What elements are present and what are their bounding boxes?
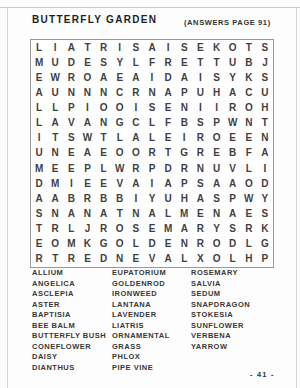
grid-cell: L bbox=[176, 252, 192, 267]
grid-cell: W bbox=[241, 191, 257, 206]
grid-cell: K bbox=[79, 237, 95, 252]
grid-cell: T bbox=[160, 146, 176, 161]
grid-cell: L bbox=[128, 237, 144, 252]
grid-cell: D bbox=[225, 237, 241, 252]
grid-cell: R bbox=[63, 252, 79, 267]
grid-cell: C bbox=[128, 116, 144, 131]
grid-cell: E bbox=[112, 70, 128, 85]
grid-cell: T bbox=[79, 40, 95, 55]
grid-cell: N bbox=[192, 161, 208, 176]
grid-cell: B bbox=[176, 116, 192, 131]
grid-cell: A bbox=[176, 222, 192, 237]
word-list-item: ROSEMARY bbox=[191, 268, 250, 279]
grid-cell: L bbox=[225, 252, 241, 267]
grid-cell: R bbox=[192, 131, 208, 146]
grid-cell: Y bbox=[208, 222, 224, 237]
grid-cell: U bbox=[208, 161, 224, 176]
grid-cell: L bbox=[144, 116, 160, 131]
grid-cell: R bbox=[192, 237, 208, 252]
grid-cell: E bbox=[160, 237, 176, 252]
grid-cell: A bbox=[160, 176, 176, 191]
grid-cell: R bbox=[128, 161, 144, 176]
grid-cell: B bbox=[241, 55, 257, 70]
grid-cell: B bbox=[112, 191, 128, 206]
grid-cell: E bbox=[79, 252, 95, 267]
word-list-item: ALLIUM bbox=[32, 268, 106, 279]
grid-cell: N bbox=[176, 237, 192, 252]
grid-cell: P bbox=[176, 85, 192, 100]
grid-cell: I bbox=[63, 176, 79, 191]
grid-cell: P bbox=[79, 161, 95, 176]
grid-cell: O bbox=[112, 237, 128, 252]
word-list-item: SEDUM bbox=[191, 289, 250, 300]
word-list-item: SNAPDRAGON bbox=[191, 300, 250, 311]
grid-cell: A bbox=[79, 116, 95, 131]
grid-cell: U bbox=[160, 191, 176, 206]
grid-cell: M bbox=[160, 222, 176, 237]
grid-cell: R bbox=[96, 40, 112, 55]
grid-cell: A bbox=[128, 176, 144, 191]
grid-cell: D bbox=[96, 252, 112, 267]
grid-cell: M bbox=[31, 161, 47, 176]
grid-cell: X bbox=[192, 252, 208, 267]
grid-cell: W bbox=[225, 116, 241, 131]
grid-cell: O bbox=[208, 252, 224, 267]
grid-cell: S bbox=[96, 55, 112, 70]
grid-cell: R bbox=[63, 70, 79, 85]
word-list-item: BUTTERFLY BUSH bbox=[32, 331, 106, 342]
grid-cell: I bbox=[257, 161, 273, 176]
grid-cell: B bbox=[225, 146, 241, 161]
grid-cell: S bbox=[257, 206, 273, 221]
grid-cell: D bbox=[160, 70, 176, 85]
grid-cell: N bbox=[128, 206, 144, 221]
grid-cell: O bbox=[225, 40, 241, 55]
answers-page-note: (ANSWERS PAGE 91) bbox=[184, 18, 271, 27]
grid-cell: A bbox=[160, 252, 176, 267]
grid-cell: C bbox=[112, 85, 128, 100]
grid-cell: I bbox=[144, 70, 160, 85]
grid-cell: R bbox=[144, 146, 160, 161]
grid-cell: S bbox=[225, 222, 241, 237]
grid-cell: F bbox=[144, 55, 160, 70]
word-list-item: LAVENDER bbox=[112, 310, 170, 321]
grid-cell: Y bbox=[144, 191, 160, 206]
grid-cell: Y bbox=[257, 191, 273, 206]
word-list-item: BEE BALM bbox=[32, 321, 106, 332]
grid-cell: O bbox=[112, 146, 128, 161]
page-number: - 41 - bbox=[250, 370, 275, 379]
grid-cell: S bbox=[257, 70, 273, 85]
grid-cell: O bbox=[96, 101, 112, 116]
grid-cell: H bbox=[176, 191, 192, 206]
grid-cell: G bbox=[176, 146, 192, 161]
grid-cell: N bbox=[241, 116, 257, 131]
grid-cell: E bbox=[144, 222, 160, 237]
grid-cell: I bbox=[128, 191, 144, 206]
grid-cell: D bbox=[144, 237, 160, 252]
grid-cell: R bbox=[128, 85, 144, 100]
word-list-item: PIPE VINE bbox=[112, 363, 170, 374]
grid-cell: I bbox=[47, 40, 63, 55]
grid-cell: N bbox=[47, 206, 63, 221]
grid-cell: S bbox=[144, 101, 160, 116]
grid-cell: J bbox=[257, 55, 273, 70]
word-list-item: EUPATORIUM bbox=[112, 268, 170, 279]
grid-cell: T bbox=[47, 252, 63, 267]
grid-cell: N bbox=[112, 252, 128, 267]
grid-cell: A bbox=[31, 85, 47, 100]
grid-cell: A bbox=[63, 206, 79, 221]
grid-cell: N bbox=[144, 85, 160, 100]
grid-cell: N bbox=[96, 116, 112, 131]
grid-cell: W bbox=[47, 70, 63, 85]
grid-cell: E bbox=[31, 70, 47, 85]
grid-cell: E bbox=[79, 176, 95, 191]
grid-cell: A bbox=[160, 85, 176, 100]
grid-cell: O bbox=[128, 146, 144, 161]
grid-cell: L bbox=[96, 161, 112, 176]
grid-cell: E bbox=[31, 237, 47, 252]
grid-cell: E bbox=[128, 252, 144, 267]
grid-cell: Y bbox=[225, 70, 241, 85]
word-list-item: GOLDENROD bbox=[112, 279, 170, 290]
word-list-item: PHLOX bbox=[112, 352, 170, 363]
grid-cell: R bbox=[31, 252, 47, 267]
grid-cell: A bbox=[128, 131, 144, 146]
word-list-item: ANGELICA bbox=[32, 279, 106, 290]
grid-cell: S bbox=[63, 131, 79, 146]
grid-cell: E bbox=[225, 131, 241, 146]
grid-cell: H bbox=[257, 101, 273, 116]
grid-cell: D bbox=[160, 161, 176, 176]
grid-cell: P bbox=[225, 191, 241, 206]
word-list-item: DAISY bbox=[32, 352, 106, 363]
word-list-item: DIANTHUS bbox=[32, 363, 106, 374]
grid-cell: A bbox=[257, 146, 273, 161]
grid-cell: L bbox=[63, 222, 79, 237]
grid-cell: R bbox=[79, 191, 95, 206]
word-list-item: GRASS bbox=[112, 342, 170, 353]
grid-cell: E bbox=[63, 161, 79, 176]
grid-cell: O bbox=[241, 101, 257, 116]
grid-cell: E bbox=[176, 55, 192, 70]
word-search-grid: LIATRISAISEKOTSMUDESYLFRETTUBJEWROAEAIDA… bbox=[30, 39, 274, 268]
grid-cell: V bbox=[225, 161, 241, 176]
grid-cell: A bbox=[208, 176, 224, 191]
grid-cell: S bbox=[128, 222, 144, 237]
grid-cell: L bbox=[241, 161, 257, 176]
word-list-item: LANTANA bbox=[112, 300, 170, 311]
grid-cell: I bbox=[112, 40, 128, 55]
grid-cell: E bbox=[192, 206, 208, 221]
grid-cell: K bbox=[257, 222, 273, 237]
grid-cell: O bbox=[79, 70, 95, 85]
grid-cell: T bbox=[208, 55, 224, 70]
grid-cell: L bbox=[160, 206, 176, 221]
word-list-item: YARROW bbox=[191, 342, 250, 353]
word-list-item: SUNFLOWER bbox=[191, 321, 250, 332]
grid-cell: E bbox=[160, 101, 176, 116]
grid-cell: N bbox=[79, 85, 95, 100]
grid-cell: W bbox=[112, 161, 128, 176]
grid-cell: E bbox=[192, 40, 208, 55]
grid-cell: T bbox=[241, 40, 257, 55]
grid-cell: M bbox=[47, 176, 63, 191]
grid-cell: F bbox=[241, 146, 257, 161]
grid-cell: S bbox=[208, 70, 224, 85]
grid-cell: A bbox=[47, 191, 63, 206]
grid-cell: L bbox=[31, 40, 47, 55]
grid-cell: B bbox=[63, 191, 79, 206]
grid-cell: L bbox=[144, 131, 160, 146]
grid-cell: I bbox=[192, 101, 208, 116]
grid-cell: N bbox=[208, 206, 224, 221]
grid-cell: R bbox=[241, 222, 257, 237]
word-list-item: VERBENA bbox=[191, 331, 250, 342]
grid-cell: S bbox=[31, 206, 47, 221]
grid-cell: D bbox=[31, 176, 47, 191]
grid-cell: A bbox=[144, 206, 160, 221]
grid-cell: P bbox=[144, 161, 160, 176]
word-list-column-3: ROSEMARYSALVIASEDUMSNAPDRAGONSTOKESIASUN… bbox=[191, 268, 250, 352]
grid-cell: K bbox=[241, 70, 257, 85]
grid-cell: S bbox=[208, 191, 224, 206]
grid-cell: L bbox=[241, 237, 257, 252]
grid-cell: U bbox=[192, 85, 208, 100]
grid-cell: A bbox=[192, 191, 208, 206]
grid-cell: R bbox=[96, 222, 112, 237]
grid-cell: N bbox=[257, 131, 273, 146]
grid-cell: L bbox=[31, 116, 47, 131]
grid-cell: Y bbox=[112, 55, 128, 70]
grid-cell: S bbox=[192, 116, 208, 131]
word-list-item: SALVIA bbox=[191, 279, 250, 290]
grid-cell: E bbox=[241, 206, 257, 221]
grid-cell: E bbox=[79, 55, 95, 70]
grid-cell: S bbox=[192, 176, 208, 191]
grid-cell: A bbox=[225, 206, 241, 221]
grid-cell: G bbox=[96, 237, 112, 252]
grid-cell: E bbox=[160, 131, 176, 146]
grid-cell: A bbox=[225, 176, 241, 191]
grid-cell: O bbox=[208, 237, 224, 252]
grid-cell: A bbox=[128, 70, 144, 85]
word-list-column-1: ALLIUMANGELICAASCLEPIAASTERBAPTISIABEE B… bbox=[32, 268, 106, 373]
word-list-item: STOKESIA bbox=[191, 310, 250, 321]
grid-cell: A bbox=[47, 116, 63, 131]
grid-cell: I bbox=[144, 176, 160, 191]
grid-cell: U bbox=[47, 55, 63, 70]
grid-cell: R bbox=[176, 161, 192, 176]
grid-cell: V bbox=[63, 116, 79, 131]
grid-cell: E bbox=[208, 146, 224, 161]
grid-cell: O bbox=[208, 131, 224, 146]
grid-cell: U bbox=[47, 85, 63, 100]
grid-cell: D bbox=[257, 176, 273, 191]
grid-cell: A bbox=[63, 40, 79, 55]
word-list-item: ASCLEPIA bbox=[32, 289, 106, 300]
grid-cell: E bbox=[96, 146, 112, 161]
grid-cell: T bbox=[96, 131, 112, 146]
word-list-item: BAPTISIA bbox=[32, 310, 106, 321]
grid-cell: T bbox=[112, 206, 128, 221]
grid-cell: C bbox=[241, 85, 257, 100]
grid-cell: L bbox=[112, 131, 128, 146]
word-list-column-2: EUPATORIUMGOLDENRODIRONWEEDLANTANALAVEND… bbox=[112, 268, 170, 373]
grid-cell: V bbox=[112, 176, 128, 191]
grid-cell: N bbox=[176, 101, 192, 116]
grid-cell: A bbox=[225, 85, 241, 100]
grid-cell: T bbox=[257, 116, 273, 131]
grid-cell: N bbox=[96, 85, 112, 100]
grid-cell: B bbox=[96, 191, 112, 206]
grid-cell: W bbox=[79, 131, 95, 146]
grid-cell: T bbox=[31, 222, 47, 237]
word-list-item: CONEFLOWER bbox=[32, 342, 106, 353]
grid-cell: L bbox=[128, 55, 144, 70]
grid-cell: I bbox=[31, 131, 47, 146]
grid-cell: R bbox=[225, 101, 241, 116]
grid-cell: E bbox=[241, 131, 257, 146]
page-left-edge bbox=[7, 7, 8, 388]
grid-cell: A bbox=[31, 191, 47, 206]
grid-cell: S bbox=[176, 40, 192, 55]
grid-cell: M bbox=[176, 206, 192, 221]
grid-cell: F bbox=[160, 116, 176, 131]
grid-cell: M bbox=[31, 55, 47, 70]
word-list-item: ASTER bbox=[32, 300, 106, 311]
grid-cell: L bbox=[31, 101, 47, 116]
grid-cell: T bbox=[47, 131, 63, 146]
grid-cell: R bbox=[192, 222, 208, 237]
grid-cell: I bbox=[128, 101, 144, 116]
word-list-item: LIATRIS bbox=[112, 321, 170, 332]
grid-cell: P bbox=[176, 176, 192, 191]
grid-cell: S bbox=[128, 40, 144, 55]
puzzle-title: BUTTERFLY GARDEN bbox=[32, 14, 157, 25]
grid-cell: O bbox=[241, 176, 257, 191]
grid-cell: P bbox=[257, 252, 273, 267]
grid-cell: R bbox=[192, 146, 208, 161]
grid-cell: D bbox=[63, 55, 79, 70]
grid-cell: U bbox=[225, 55, 241, 70]
grid-cell: V bbox=[144, 252, 160, 267]
grid-cell: I bbox=[79, 101, 95, 116]
grid-cell: U bbox=[31, 146, 47, 161]
page-top-edge bbox=[0, 7, 300, 8]
grid-cell: R bbox=[47, 222, 63, 237]
grid-cell: E bbox=[96, 176, 112, 191]
grid-cell: R bbox=[160, 55, 176, 70]
grid-cell: M bbox=[63, 237, 79, 252]
grid-cell: N bbox=[63, 85, 79, 100]
grid-cell: N bbox=[79, 206, 95, 221]
grid-cell: U bbox=[257, 85, 273, 100]
grid-cell: J bbox=[79, 222, 95, 237]
grid-cell: E bbox=[47, 161, 63, 176]
grid-cell: O bbox=[112, 101, 128, 116]
grid-cell: T bbox=[192, 55, 208, 70]
word-list-item: ORNAMENTAL bbox=[112, 331, 170, 342]
grid-cell: A bbox=[176, 70, 192, 85]
grid-cell: O bbox=[112, 222, 128, 237]
word-list-item: IRONWEED bbox=[112, 289, 170, 300]
grid-cell: P bbox=[63, 101, 79, 116]
grid-cell: N bbox=[47, 146, 63, 161]
grid-cell: G bbox=[257, 237, 273, 252]
grid-cell: I bbox=[176, 131, 192, 146]
grid-cell: L bbox=[47, 101, 63, 116]
grid-cell: H bbox=[241, 252, 257, 267]
grid-cell: K bbox=[208, 40, 224, 55]
grid-cell: P bbox=[208, 116, 224, 131]
grid-cell: I bbox=[192, 70, 208, 85]
grid-cell: I bbox=[208, 101, 224, 116]
page-right-edge bbox=[296, 7, 297, 388]
grid-cell: E bbox=[63, 146, 79, 161]
grid-cell: H bbox=[208, 85, 224, 100]
grid-cell: A bbox=[96, 206, 112, 221]
grid-cell: A bbox=[144, 40, 160, 55]
grid-cell: A bbox=[96, 70, 112, 85]
grid-cell: S bbox=[257, 40, 273, 55]
grid-cell: G bbox=[112, 116, 128, 131]
grid-cell: I bbox=[160, 40, 176, 55]
grid-cell: O bbox=[47, 237, 63, 252]
grid-cell: A bbox=[79, 146, 95, 161]
